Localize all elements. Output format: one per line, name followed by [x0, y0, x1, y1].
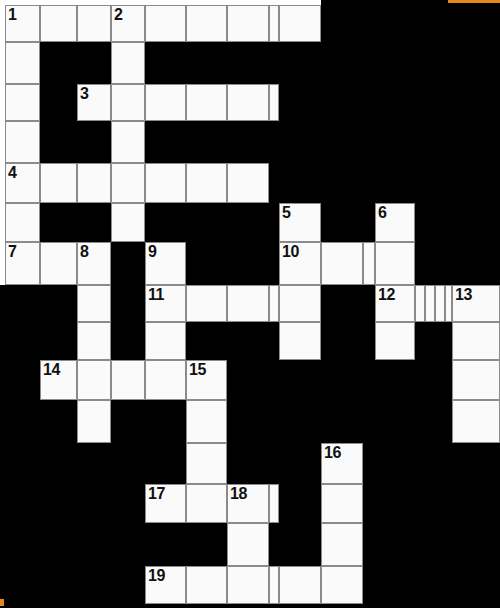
white-cell-r6-c4[interactable]: 9	[145, 242, 186, 285]
block-cell-r13-c14	[435, 523, 445, 566]
block-cell-r6-c5	[186, 242, 227, 285]
white-cell-r10-c2[interactable]	[77, 400, 111, 443]
clue-number-6: 6	[378, 205, 386, 221]
white-cell-r14-c8[interactable]	[279, 566, 321, 604]
block-cell-r12-c3	[111, 484, 145, 523]
block-cell-r3-c5	[186, 121, 227, 163]
white-cell-r2-c6[interactable]	[227, 84, 269, 121]
clue-number-12: 12	[378, 287, 395, 303]
block-cell-r3-c13	[425, 121, 435, 163]
block-cell-r0-c13	[425, 5, 435, 42]
block-cell-r0-c11	[375, 5, 415, 42]
block-cell-r3-c10	[363, 121, 375, 163]
block-cell-r10-c6	[227, 400, 269, 443]
block-cell-r3-c7	[269, 121, 279, 163]
clue-number-14: 14	[43, 362, 60, 378]
white-cell-r10-c5[interactable]	[186, 400, 227, 443]
block-cell-r3-c4	[145, 121, 186, 163]
white-cell-r2-c5[interactable]	[186, 84, 227, 121]
white-cell-r11-c9[interactable]: 16	[321, 443, 363, 484]
block-cell-r2-c16	[452, 84, 500, 121]
accent-bar-top-right	[448, 0, 500, 3]
block-cell-r8-c10	[363, 322, 375, 360]
white-cell-r10-c16[interactable]	[452, 400, 500, 443]
block-cell-r5-c15	[445, 203, 452, 242]
white-cell-r6-c0[interactable]: 7	[5, 242, 40, 285]
white-cell-r9-c3[interactable]	[111, 360, 145, 400]
block-cell-r13-c8	[279, 523, 321, 566]
white-cell-r9-c4[interactable]	[145, 360, 186, 400]
block-cell-r12-c1	[40, 484, 77, 523]
white-cell-r0-c7[interactable]	[269, 5, 279, 42]
block-cell-r13-c12	[415, 523, 425, 566]
white-cell-r0-c1[interactable]	[40, 5, 77, 42]
clue-number-15: 15	[189, 362, 206, 378]
block-cell-r11-c7	[269, 443, 279, 484]
block-cell-r6-c3	[111, 242, 145, 285]
white-cell-r0-c0[interactable]: 1	[5, 5, 40, 42]
white-cell-r13-c9[interactable]	[321, 523, 363, 566]
white-cell-r8-c16[interactable]	[452, 322, 500, 360]
block-cell-r3-c2	[77, 121, 111, 163]
clue-number-16: 16	[324, 445, 341, 461]
white-cell-r3-c0[interactable]	[5, 121, 40, 163]
block-cell-r0-c14	[435, 5, 445, 42]
block-cell-r1-c15	[445, 42, 452, 84]
block-cell-r8-c6	[227, 322, 269, 360]
block-cell-r5-c13	[425, 203, 435, 242]
block-cell-r12-c8	[279, 484, 321, 523]
block-cell-r13-c10	[363, 523, 375, 566]
block-cell-r10-c7	[269, 400, 279, 443]
block-cell-r9-c8	[279, 360, 321, 400]
white-cell-r6-c9[interactable]	[321, 242, 363, 285]
clue-number-4: 4	[8, 165, 16, 181]
white-cell-r1-c0[interactable]	[5, 42, 40, 84]
block-cell-r12-c12	[415, 484, 425, 523]
white-cell-r6-c8[interactable]: 10	[279, 242, 321, 285]
white-cell-r5-c0[interactable]	[5, 203, 40, 242]
block-cell-r14-c12	[415, 566, 425, 604]
block-cell-r11-c3	[111, 443, 145, 484]
white-cell-r4-c2[interactable]	[77, 163, 111, 203]
block-cell-r8-c13	[425, 322, 435, 360]
block-cell-r5-c4	[145, 203, 186, 242]
block-cell-r0-c15	[445, 5, 452, 42]
block-cell-r6-c6	[227, 242, 269, 285]
white-cell-r11-c5[interactable]	[186, 443, 227, 484]
block-cell-r5-c14	[435, 203, 445, 242]
block-cell-r13-c5	[186, 523, 227, 566]
block-cell-r2-c12	[415, 84, 425, 121]
block-cell-r14-c11	[375, 566, 415, 604]
white-cell-r9-c16[interactable]	[452, 360, 500, 400]
block-cell-r6-c16	[452, 242, 500, 285]
white-cell-r0-c8[interactable]	[279, 5, 321, 42]
block-cell-r11-c10	[363, 443, 375, 484]
block-cell-r12-c13	[425, 484, 435, 523]
white-cell-r7-c14[interactable]	[435, 285, 445, 322]
white-cell-r2-c4[interactable]	[145, 84, 186, 121]
white-cell-r0-c2[interactable]	[77, 5, 111, 42]
white-cell-r7-c8[interactable]	[279, 285, 321, 322]
white-cell-r12-c5[interactable]	[186, 484, 227, 523]
block-cell-r13-c4	[145, 523, 186, 566]
block-cell-r11-c15	[445, 443, 452, 484]
block-cell-r11-c1	[40, 443, 77, 484]
white-cell-r7-c2[interactable]	[77, 285, 111, 322]
block-cell-r5-c12	[415, 203, 425, 242]
white-cell-r2-c7[interactable]	[269, 84, 279, 121]
white-cell-r4-c4[interactable]	[145, 163, 186, 203]
block-cell-r8-c15	[445, 322, 452, 360]
block-cell-r10-c1	[40, 400, 77, 443]
white-cell-r5-c11[interactable]: 6	[375, 203, 415, 242]
block-cell-r10-c8	[279, 400, 321, 443]
block-cell-r10-c15	[445, 400, 452, 443]
clue-number-9: 9	[148, 244, 156, 260]
white-cell-r4-c5[interactable]	[186, 163, 227, 203]
block-cell-r0-c9	[321, 5, 363, 42]
white-cell-r1-c3[interactable]	[111, 42, 145, 84]
block-cell-r2-c14	[435, 84, 445, 121]
white-cell-r7-c6[interactable]	[227, 285, 269, 322]
block-cell-r14-c2	[77, 566, 111, 604]
block-cell-r4-c8	[279, 163, 321, 203]
clue-number-7: 7	[8, 244, 16, 260]
block-cell-r10-c10	[363, 400, 375, 443]
block-cell-r5-c6	[227, 203, 269, 242]
clue-number-13: 13	[455, 287, 472, 303]
block-cell-r5-c1	[40, 203, 77, 242]
block-cell-r13-c11	[375, 523, 415, 566]
block-cell-r10-c0	[5, 400, 40, 443]
block-cell-r12-c10	[363, 484, 375, 523]
block-cell-r7-c0	[5, 285, 40, 322]
block-cell-r0-c12	[415, 5, 425, 42]
block-cell-r9-c7	[269, 360, 279, 400]
block-cell-r9-c11	[375, 360, 415, 400]
white-cell-r14-c7[interactable]	[269, 566, 279, 604]
block-cell-r1-c4	[145, 42, 186, 84]
white-cell-r12-c9[interactable]	[321, 484, 363, 523]
block-cell-r11-c11	[375, 443, 415, 484]
block-cell-r0-c10	[363, 5, 375, 42]
white-cell-r0-c6[interactable]	[227, 5, 269, 42]
block-cell-r14-c3	[111, 566, 145, 604]
block-cell-r8-c0	[5, 322, 40, 360]
white-cell-r8-c8[interactable]	[279, 322, 321, 360]
clue-number-18: 18	[230, 486, 247, 502]
block-cell-r1-c9	[321, 42, 363, 84]
white-cell-r7-c12[interactable]	[415, 285, 425, 322]
block-cell-r11-c2	[77, 443, 111, 484]
block-cell-r1-c13	[425, 42, 435, 84]
block-cell-r7-c1	[40, 285, 77, 322]
block-cell-r9-c13	[425, 360, 435, 400]
block-cell-r1-c12	[415, 42, 425, 84]
block-cell-r12-c11	[375, 484, 415, 523]
block-cell-r11-c0	[5, 443, 40, 484]
white-cell-r7-c15[interactable]	[445, 285, 452, 322]
block-cell-r5-c5	[186, 203, 227, 242]
block-cell-r13-c13	[425, 523, 435, 566]
block-cell-r13-c15	[445, 523, 452, 566]
block-cell-r6-c15	[445, 242, 452, 285]
block-cell-r11-c16	[452, 443, 500, 484]
white-cell-r9-c2[interactable]	[77, 360, 111, 400]
block-cell-r10-c13	[425, 400, 435, 443]
block-cell-r9-c0	[5, 360, 40, 400]
white-cell-r6-c11[interactable]	[375, 242, 415, 285]
block-cell-r13-c1	[40, 523, 77, 566]
block-cell-r13-c16	[452, 523, 500, 566]
block-cell-r9-c12	[415, 360, 425, 400]
block-cell-r13-c2	[77, 523, 111, 566]
block-cell-r5-c7	[269, 203, 279, 242]
white-cell-r2-c3[interactable]	[111, 84, 145, 121]
white-cell-r9-c5[interactable]: 15	[186, 360, 227, 400]
white-cell-r5-c8[interactable]: 5	[279, 203, 321, 242]
white-cell-r4-c3[interactable]	[111, 163, 145, 203]
block-cell-r8-c3	[111, 322, 145, 360]
block-cell-r8-c9	[321, 322, 363, 360]
block-cell-r11-c6	[227, 443, 269, 484]
block-cell-r9-c15	[445, 360, 452, 400]
block-cell-r2-c15	[445, 84, 452, 121]
block-cell-r6-c7	[269, 242, 279, 285]
block-cell-r6-c12	[415, 242, 425, 285]
white-cell-r7-c11[interactable]: 12	[375, 285, 415, 322]
block-cell-r3-c1	[40, 121, 77, 163]
block-cell-r8-c14	[435, 322, 445, 360]
white-cell-r4-c1[interactable]	[40, 163, 77, 203]
block-cell-r9-c14	[435, 360, 445, 400]
block-cell-r14-c14	[435, 566, 445, 604]
white-cell-r13-c6[interactable]	[227, 523, 269, 566]
white-cell-r4-c0[interactable]: 4	[5, 163, 40, 203]
block-cell-r10-c14	[435, 400, 445, 443]
block-cell-r4-c9	[321, 163, 363, 203]
block-cell-r14-c16	[452, 566, 500, 604]
block-cell-r8-c5	[186, 322, 227, 360]
block-cell-r13-c0	[5, 523, 40, 566]
block-cell-r11-c4	[145, 443, 186, 484]
block-cell-r4-c15	[445, 163, 452, 203]
block-cell-r13-c3	[111, 523, 145, 566]
white-cell-r6-c10[interactable]	[363, 242, 375, 285]
clue-number-1: 1	[8, 7, 16, 23]
block-cell-r5-c10	[363, 203, 375, 242]
block-cell-r1-c10	[363, 42, 375, 84]
block-cell-r14-c0	[5, 566, 40, 604]
block-cell-r4-c11	[375, 163, 415, 203]
block-cell-r1-c8	[279, 42, 321, 84]
block-cell-r2-c10	[363, 84, 375, 121]
white-cell-r4-c6[interactable]	[227, 163, 269, 203]
block-cell-r2-c8	[279, 84, 321, 121]
block-cell-r4-c10	[363, 163, 375, 203]
clue-number-3: 3	[80, 86, 88, 102]
block-cell-r12-c14	[435, 484, 445, 523]
white-cell-r7-c4[interactable]: 11	[145, 285, 186, 322]
crossword-screenshot: 12345678910111213141516171819	[0, 0, 500, 608]
white-cell-r2-c0[interactable]	[5, 84, 40, 121]
block-cell-r9-c10	[363, 360, 375, 400]
block-cell-r4-c13	[425, 163, 435, 203]
white-cell-r6-c1[interactable]	[40, 242, 77, 285]
block-cell-r12-c0	[5, 484, 40, 523]
clue-number-5: 5	[282, 205, 290, 221]
block-cell-r9-c6	[227, 360, 269, 400]
block-cell-r12-c15	[445, 484, 452, 523]
block-cell-r3-c16	[452, 121, 500, 163]
block-cell-r1-c14	[435, 42, 445, 84]
white-cell-r12-c7[interactable]	[269, 484, 279, 523]
block-cell-r11-c12	[415, 443, 425, 484]
white-cell-r14-c4[interactable]: 19	[145, 566, 186, 604]
block-cell-r7-c3	[111, 285, 145, 322]
block-cell-r7-c10	[363, 285, 375, 322]
block-cell-r10-c4	[145, 400, 186, 443]
white-cell-r12-c6[interactable]: 18	[227, 484, 269, 523]
block-cell-r7-c9	[321, 285, 363, 322]
white-cell-r14-c5[interactable]	[186, 566, 227, 604]
block-cell-r1-c1	[40, 42, 77, 84]
white-cell-r12-c4[interactable]: 17	[145, 484, 186, 523]
block-cell-r8-c12	[415, 322, 425, 360]
clue-number-10: 10	[282, 244, 299, 260]
block-cell-r6-c14	[435, 242, 445, 285]
block-cell-r3-c15	[445, 121, 452, 163]
white-cell-r8-c4[interactable]	[145, 322, 186, 360]
clue-number-11: 11	[148, 287, 164, 303]
block-cell-r1-c16	[452, 42, 500, 84]
block-cell-r12-c2	[77, 484, 111, 523]
block-cell-r14-c15	[445, 566, 452, 604]
block-cell-r3-c12	[415, 121, 425, 163]
white-cell-r8-c2[interactable]	[77, 322, 111, 360]
white-cell-r0-c3[interactable]: 2	[111, 5, 145, 42]
block-cell-r2-c9	[321, 84, 363, 121]
block-cell-r9-c9	[321, 360, 363, 400]
block-cell-r4-c12	[415, 163, 425, 203]
block-cell-r8-c7	[269, 322, 279, 360]
clue-number-19: 19	[148, 568, 165, 584]
block-cell-r2-c11	[375, 84, 415, 121]
block-cell-r1-c6	[227, 42, 269, 84]
block-cell-r14-c1	[40, 566, 77, 604]
block-cell-r11-c8	[279, 443, 321, 484]
white-cell-r8-c11[interactable]	[375, 322, 415, 360]
block-cell-r10-c11	[375, 400, 415, 443]
block-cell-r10-c12	[415, 400, 425, 443]
white-cell-r9-c1[interactable]: 14	[40, 360, 77, 400]
clue-number-2: 2	[114, 7, 122, 23]
accent-mark-bottom-left	[0, 599, 4, 606]
block-cell-r4-c16	[452, 163, 500, 203]
block-cell-r10-c3	[111, 400, 145, 443]
white-cell-r14-c9[interactable]	[321, 566, 363, 604]
crossword-grid: 12345678910111213141516171819	[5, 5, 500, 604]
white-cell-r7-c13[interactable]	[425, 285, 435, 322]
white-cell-r7-c16[interactable]: 13	[452, 285, 500, 322]
block-cell-r13-c7	[269, 523, 279, 566]
block-cell-r1-c7	[269, 42, 279, 84]
white-cell-r3-c3[interactable]	[111, 121, 145, 163]
block-cell-r11-c13	[425, 443, 435, 484]
block-cell-r14-c13	[425, 566, 435, 604]
block-cell-r14-c10	[363, 566, 375, 604]
block-cell-r4-c7	[269, 163, 279, 203]
block-cell-r2-c1	[40, 84, 77, 121]
clue-number-8: 8	[80, 244, 88, 260]
block-cell-r3-c14	[435, 121, 445, 163]
block-cell-r6-c13	[425, 242, 435, 285]
white-cell-r7-c5[interactable]	[186, 285, 227, 322]
block-cell-r3-c8	[279, 121, 321, 163]
clue-number-17: 17	[148, 486, 165, 502]
block-cell-r1-c2	[77, 42, 111, 84]
white-cell-r6-c2[interactable]: 8	[77, 242, 111, 285]
white-cell-r5-c3[interactable]	[111, 203, 145, 242]
block-cell-r0-c16	[452, 5, 500, 42]
block-cell-r5-c9	[321, 203, 363, 242]
white-cell-r7-c7[interactable]	[269, 285, 279, 322]
block-cell-r1-c5	[186, 42, 227, 84]
block-cell-r5-c2	[77, 203, 111, 242]
block-cell-r3-c6	[227, 121, 269, 163]
block-cell-r4-c14	[435, 163, 445, 203]
white-cell-r14-c6[interactable]	[227, 566, 269, 604]
block-cell-r8-c1	[40, 322, 77, 360]
block-cell-r5-c16	[452, 203, 500, 242]
white-cell-r0-c4[interactable]	[145, 5, 186, 42]
white-cell-r2-c2[interactable]: 3	[77, 84, 111, 121]
block-cell-r12-c16	[452, 484, 500, 523]
white-cell-r0-c5[interactable]	[186, 5, 227, 42]
block-cell-r10-c9	[321, 400, 363, 443]
block-cell-r3-c11	[375, 121, 415, 163]
block-cell-r2-c13	[425, 84, 435, 121]
block-cell-r3-c9	[321, 121, 363, 163]
block-cell-r1-c11	[375, 42, 415, 84]
block-cell-r11-c14	[435, 443, 445, 484]
